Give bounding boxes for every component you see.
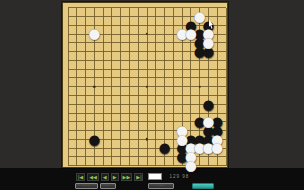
app-window: ●●●●●●●●●●●●●●●●●●●●●●●●●●●●●●●●●● |◀◀◀◀… bbox=[0, 0, 304, 190]
fast-rewind-button[interactable]: ◀◀ bbox=[87, 173, 99, 181]
grid-line-vertical bbox=[208, 8, 209, 166]
grid-line-horizontal bbox=[68, 165, 226, 166]
action-button-row: ··········· bbox=[0, 183, 304, 190]
grid-line-vertical bbox=[226, 8, 227, 166]
step-back-button[interactable]: ◀ bbox=[101, 173, 109, 181]
grid-line-horizontal bbox=[68, 130, 226, 131]
action-button-4[interactable]: ··· bbox=[192, 183, 214, 190]
grid-line-vertical bbox=[182, 8, 183, 166]
action-button-3[interactable]: ··· bbox=[148, 183, 174, 190]
grid-line-horizontal bbox=[68, 95, 226, 96]
playback-controls: |◀◀◀◀▶▶▶▶|129 98 bbox=[76, 173, 189, 180]
grid-line-horizontal bbox=[68, 156, 226, 157]
grid-line-vertical bbox=[164, 8, 165, 166]
action-button-2[interactable]: ·· bbox=[100, 183, 116, 190]
go-to-start-button[interactable]: |◀ bbox=[76, 173, 85, 181]
grid-line-horizontal bbox=[68, 104, 226, 105]
move-count-text: 129 98 bbox=[169, 174, 189, 179]
grid-line-vertical bbox=[155, 8, 156, 166]
grid-line-horizontal bbox=[68, 121, 226, 122]
grid-line-horizontal bbox=[68, 113, 226, 114]
grid-line-vertical bbox=[173, 8, 174, 166]
go-board[interactable]: ●●●●●●●●●●●●●●●●●●●●●●●●●●●●●●●●●● bbox=[62, 2, 228, 168]
grid-line-vertical bbox=[190, 8, 191, 166]
go-to-end-button[interactable]: ▶| bbox=[134, 173, 143, 181]
grid-line-horizontal bbox=[68, 148, 226, 149]
step-forward-button[interactable]: ▶ bbox=[111, 173, 119, 181]
move-number-input[interactable] bbox=[148, 173, 162, 181]
action-button-1[interactable]: ··· bbox=[75, 183, 98, 190]
grid-line-vertical bbox=[217, 8, 218, 166]
fast-forward-button[interactable]: ▶▶ bbox=[121, 173, 133, 181]
